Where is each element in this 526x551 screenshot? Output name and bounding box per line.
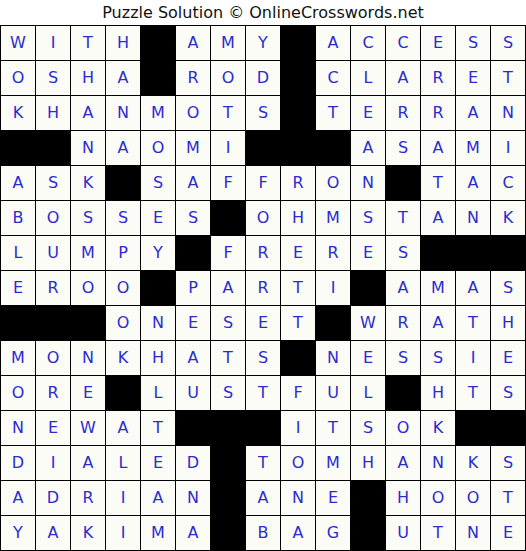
letter-cell-r1c15: S [491, 26, 525, 60]
letter-cell-r3c12: R [386, 96, 420, 130]
letter-cell-r3c4: N [106, 96, 140, 130]
letter-cell-r7c9: E [281, 236, 315, 270]
letter-cell-r12c5: T [141, 411, 175, 445]
letter-cell-r13c14: K [456, 446, 490, 480]
letter-cell-r8c14: A [456, 271, 490, 305]
letter-cell-r2c3: H [71, 61, 105, 95]
letter-cell-r8c13: M [421, 271, 455, 305]
black-cell-r7c14 [456, 236, 490, 270]
letter-cell-r11c3: E [71, 376, 105, 410]
black-cell-r4c10 [316, 131, 350, 165]
letter-cell-r14c14: O [456, 481, 490, 515]
letter-cell-r9c13: A [421, 306, 455, 340]
black-cell-r9c2 [36, 306, 70, 340]
black-cell-r5c12 [386, 166, 420, 200]
letter-cell-r13c12: A [386, 446, 420, 480]
letter-cell-r13c4: L [106, 446, 140, 480]
letter-cell-r10c8: S [246, 341, 280, 375]
letter-cell-r14c3: R [71, 481, 105, 515]
black-cell-r15c11 [351, 516, 385, 550]
letter-cell-r8c8: R [246, 271, 280, 305]
black-cell-r7c15 [491, 236, 525, 270]
letter-cell-r15c3: K [71, 516, 105, 550]
black-cell-r14c7 [211, 481, 245, 515]
letter-cell-r6c10: M [316, 201, 350, 235]
letter-cell-r15c2: A [36, 516, 70, 550]
letter-cell-r8c4: O [106, 271, 140, 305]
letter-cell-r12c12: O [386, 411, 420, 445]
letter-cell-r3c13: R [421, 96, 455, 130]
letter-cell-r9c5: N [141, 306, 175, 340]
letter-cell-r6c15: K [491, 201, 525, 235]
letter-cell-r5c2: S [36, 166, 70, 200]
letter-cell-r14c15: T [491, 481, 525, 515]
letter-cell-r3c14: A [456, 96, 490, 130]
letter-cell-r8c9: T [281, 271, 315, 305]
letter-cell-r13c9: O [281, 446, 315, 480]
letter-cell-r3c3: A [71, 96, 105, 130]
letter-cell-r8c10: I [316, 271, 350, 305]
letter-cell-r10c4: K [106, 341, 140, 375]
letter-cell-r11c10: U [316, 376, 350, 410]
letter-cell-r3c8: S [246, 96, 280, 130]
letter-cell-r2c11: L [351, 61, 385, 95]
letter-cell-r6c6: S [176, 201, 210, 235]
letter-cell-r10c11: E [351, 341, 385, 375]
letter-cell-r11c6: U [176, 376, 210, 410]
black-cell-r11c4 [106, 376, 140, 410]
letter-cell-r8c2: R [36, 271, 70, 305]
letter-cell-r11c1: O [1, 376, 35, 410]
letter-cell-r12c2: E [36, 411, 70, 445]
letter-cell-r5c8: F [246, 166, 280, 200]
page-title: Puzzle Solution © OnlineCrosswords.net [0, 0, 526, 25]
black-cell-r7c6 [176, 236, 210, 270]
letter-cell-r7c7: F [211, 236, 245, 270]
letter-cell-r11c13: H [421, 376, 455, 410]
black-cell-r12c6 [176, 411, 210, 445]
letter-cell-r7c1: L [1, 236, 35, 270]
letter-cell-r1c6: A [176, 26, 210, 60]
letter-cell-r7c8: R [246, 236, 280, 270]
letter-cell-r1c8: Y [246, 26, 280, 60]
letter-cell-r8c12: A [386, 271, 420, 305]
letter-cell-r15c13: T [421, 516, 455, 550]
letter-cell-r8c3: O [71, 271, 105, 305]
letter-cell-r15c15: E [491, 516, 525, 550]
letter-cell-r10c10: N [316, 341, 350, 375]
letter-cell-r11c9: F [281, 376, 315, 410]
letter-cell-r6c9: H [281, 201, 315, 235]
letter-cell-r11c8: T [246, 376, 280, 410]
letter-cell-r2c4: A [106, 61, 140, 95]
letter-cell-r14c6: N [176, 481, 210, 515]
black-cell-r12c14 [456, 411, 490, 445]
letter-cell-r2c7: O [211, 61, 245, 95]
letter-cell-r12c11: S [351, 411, 385, 445]
letter-cell-r5c15: C [491, 166, 525, 200]
black-cell-r3c9 [281, 96, 315, 130]
letter-cell-r3c5: M [141, 96, 175, 130]
letter-cell-r5c7: F [211, 166, 245, 200]
letter-cell-r14c5: A [141, 481, 175, 515]
letter-cell-r6c8: O [246, 201, 280, 235]
black-cell-r12c15 [491, 411, 525, 445]
letter-cell-r10c5: H [141, 341, 175, 375]
letter-cell-r15c4: I [106, 516, 140, 550]
letter-cell-r3c1: K [1, 96, 35, 130]
letter-cell-r4c3: N [71, 131, 105, 165]
letter-cell-r1c11: C [351, 26, 385, 60]
letter-cell-r8c15: S [491, 271, 525, 305]
letter-cell-r1c14: S [456, 26, 490, 60]
letter-cell-r4c4: A [106, 131, 140, 165]
black-cell-r5c4 [106, 166, 140, 200]
letter-cell-r1c7: M [211, 26, 245, 60]
letter-cell-r13c8: T [246, 446, 280, 480]
letter-cell-r15c5: M [141, 516, 175, 550]
letter-cell-r8c1: E [1, 271, 35, 305]
black-cell-r2c5 [141, 61, 175, 95]
letter-cell-r7c10: R [316, 236, 350, 270]
black-cell-r14c11 [351, 481, 385, 515]
letter-cell-r10c1: M [1, 341, 35, 375]
black-cell-r4c1 [1, 131, 35, 165]
letter-cell-r14c8: A [246, 481, 280, 515]
letter-cell-r11c11: L [351, 376, 385, 410]
letter-cell-r7c3: M [71, 236, 105, 270]
letter-cell-r2c12: A [386, 61, 420, 95]
letter-cell-r1c13: E [421, 26, 455, 60]
letter-cell-r13c5: E [141, 446, 175, 480]
letter-cell-r5c1: A [1, 166, 35, 200]
letter-cell-r4c15: I [491, 131, 525, 165]
letter-cell-r15c6: A [176, 516, 210, 550]
letter-cell-r10c13: S [421, 341, 455, 375]
black-cell-r2c9 [281, 61, 315, 95]
letter-cell-r5c9: R [281, 166, 315, 200]
letter-cell-r1c12: C [386, 26, 420, 60]
letter-cell-r9c7: S [211, 306, 245, 340]
letter-cell-r5c5: S [141, 166, 175, 200]
letter-cell-r2c8: D [246, 61, 280, 95]
letter-cell-r6c5: E [141, 201, 175, 235]
letter-cell-r14c9: N [281, 481, 315, 515]
black-cell-r9c10 [316, 306, 350, 340]
letter-cell-r1c3: T [71, 26, 105, 60]
letter-cell-r3c2: H [36, 96, 70, 130]
letter-cell-r10c15: E [491, 341, 525, 375]
letter-cell-r11c2: R [36, 376, 70, 410]
black-cell-r6c7 [211, 201, 245, 235]
letter-cell-r10c3: N [71, 341, 105, 375]
letter-cell-r6c12: T [386, 201, 420, 235]
letter-cell-r4c14: M [456, 131, 490, 165]
letter-cell-r13c11: H [351, 446, 385, 480]
letter-cell-r10c2: O [36, 341, 70, 375]
black-cell-r10c9 [281, 341, 315, 375]
letter-cell-r6c2: O [36, 201, 70, 235]
letter-cell-r13c1: D [1, 446, 35, 480]
letter-cell-r3c6: O [176, 96, 210, 130]
letter-cell-r9c8: E [246, 306, 280, 340]
letter-cell-r3c15: N [491, 96, 525, 130]
letter-cell-r7c11: E [351, 236, 385, 270]
letter-cell-r8c6: P [176, 271, 210, 305]
letter-cell-r14c1: A [1, 481, 35, 515]
letter-cell-r9c9: T [281, 306, 315, 340]
letter-cell-r13c6: D [176, 446, 210, 480]
letter-cell-r15c1: Y [1, 516, 35, 550]
letter-cell-r7c12: S [386, 236, 420, 270]
letter-cell-r15c10: G [316, 516, 350, 550]
letter-cell-r9c11: W [351, 306, 385, 340]
letter-cell-r1c1: W [1, 26, 35, 60]
letter-cell-r4c13: A [421, 131, 455, 165]
letter-cell-r3c10: T [316, 96, 350, 130]
letter-cell-r5c3: K [71, 166, 105, 200]
letter-cell-r14c4: I [106, 481, 140, 515]
black-cell-r8c11 [351, 271, 385, 305]
letter-cell-r12c1: N [1, 411, 35, 445]
letter-cell-r9c15: H [491, 306, 525, 340]
letter-cell-r5c6: A [176, 166, 210, 200]
black-cell-r4c2 [36, 131, 70, 165]
letter-cell-r11c14: T [456, 376, 490, 410]
letter-cell-r13c3: A [71, 446, 105, 480]
letter-cell-r5c10: O [316, 166, 350, 200]
letter-cell-r6c13: A [421, 201, 455, 235]
letter-cell-r2c6: R [176, 61, 210, 95]
letter-cell-r4c6: M [176, 131, 210, 165]
black-cell-r9c3 [71, 306, 105, 340]
letter-cell-r8c7: A [211, 271, 245, 305]
letter-cell-r13c2: I [36, 446, 70, 480]
letter-cell-r14c10: E [316, 481, 350, 515]
letter-cell-r15c12: U [386, 516, 420, 550]
letter-cell-r4c7: I [211, 131, 245, 165]
black-cell-r13c7 [211, 446, 245, 480]
letter-cell-r7c2: U [36, 236, 70, 270]
letter-cell-r2c2: S [36, 61, 70, 95]
letter-cell-r2c14: E [456, 61, 490, 95]
letter-cell-r2c10: C [316, 61, 350, 95]
letter-cell-r10c7: T [211, 341, 245, 375]
letter-cell-r9c12: R [386, 306, 420, 340]
letter-cell-r13c13: N [421, 446, 455, 480]
black-cell-r11c12 [386, 376, 420, 410]
letter-cell-r7c5: Y [141, 236, 175, 270]
black-cell-r9c1 [1, 306, 35, 340]
black-cell-r1c5 [141, 26, 175, 60]
letter-cell-r1c4: H [106, 26, 140, 60]
letter-cell-r12c9: I [281, 411, 315, 445]
letter-cell-r3c7: T [211, 96, 245, 130]
letter-cell-r13c15: S [491, 446, 525, 480]
letter-cell-r2c15: T [491, 61, 525, 95]
letter-cell-r10c12: S [386, 341, 420, 375]
letter-cell-r4c12: S [386, 131, 420, 165]
letter-cell-r12c3: W [71, 411, 105, 445]
letter-cell-r9c14: T [456, 306, 490, 340]
letter-cell-r15c8: B [246, 516, 280, 550]
letter-cell-r12c4: A [106, 411, 140, 445]
black-cell-r7c13 [421, 236, 455, 270]
letter-cell-r6c4: S [106, 201, 140, 235]
black-cell-r4c9 [281, 131, 315, 165]
letter-cell-r14c2: D [36, 481, 70, 515]
letter-cell-r5c13: T [421, 166, 455, 200]
black-cell-r12c7 [211, 411, 245, 445]
letter-cell-r6c1: B [1, 201, 35, 235]
black-cell-r4c8 [246, 131, 280, 165]
letter-cell-r10c6: A [176, 341, 210, 375]
black-cell-r8c5 [141, 271, 175, 305]
letter-cell-r7c4: P [106, 236, 140, 270]
letter-cell-r4c5: O [141, 131, 175, 165]
black-cell-r1c9 [281, 26, 315, 60]
letter-cell-r12c13: K [421, 411, 455, 445]
letter-cell-r11c7: S [211, 376, 245, 410]
letter-cell-r2c13: R [421, 61, 455, 95]
letter-cell-r3c11: E [351, 96, 385, 130]
letter-cell-r5c14: A [456, 166, 490, 200]
letter-cell-r9c4: O [106, 306, 140, 340]
letter-cell-r14c12: H [386, 481, 420, 515]
letter-cell-r2c1: O [1, 61, 35, 95]
letter-cell-r9c6: E [176, 306, 210, 340]
letter-cell-r15c9: A [281, 516, 315, 550]
crossword-grid: WITHAMYACCESSOSHARODCLARETKHANMOTSTERRAN… [0, 25, 526, 551]
letter-cell-r5c11: N [351, 166, 385, 200]
letter-cell-r1c10: A [316, 26, 350, 60]
letter-cell-r4c11: A [351, 131, 385, 165]
letter-cell-r1c2: I [36, 26, 70, 60]
letter-cell-r13c10: M [316, 446, 350, 480]
letter-cell-r12c10: T [316, 411, 350, 445]
letter-cell-r10c14: I [456, 341, 490, 375]
puzzle-solution-page: Puzzle Solution © OnlineCrosswords.net W… [0, 0, 526, 551]
letter-cell-r11c5: L [141, 376, 175, 410]
letter-cell-r15c14: N [456, 516, 490, 550]
letter-cell-r11c15: S [491, 376, 525, 410]
letter-cell-r6c11: S [351, 201, 385, 235]
letter-cell-r6c14: N [456, 201, 490, 235]
black-cell-r12c8 [246, 411, 280, 445]
black-cell-r15c7 [211, 516, 245, 550]
letter-cell-r6c3: S [71, 201, 105, 235]
letter-cell-r14c13: O [421, 481, 455, 515]
